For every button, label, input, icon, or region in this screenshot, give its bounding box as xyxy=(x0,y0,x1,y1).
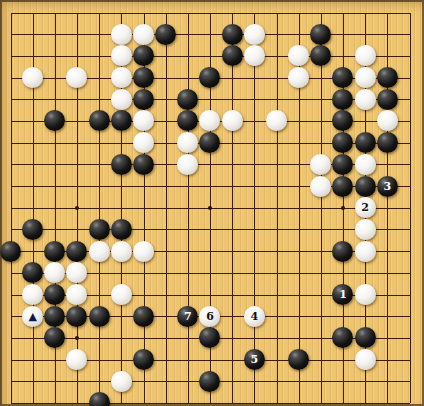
intersection[interactable] xyxy=(132,23,154,45)
intersection[interactable] xyxy=(288,153,310,175)
intersection[interactable] xyxy=(221,392,243,406)
intersection[interactable] xyxy=(243,240,265,262)
intersection[interactable] xyxy=(0,219,22,241)
intersection[interactable] xyxy=(376,240,398,262)
intersection[interactable] xyxy=(243,197,265,219)
intersection[interactable] xyxy=(88,305,110,327)
intersection[interactable] xyxy=(288,23,310,45)
intersection[interactable] xyxy=(155,88,177,110)
intersection[interactable] xyxy=(132,349,154,371)
intersection[interactable] xyxy=(0,2,22,24)
intersection[interactable] xyxy=(310,132,332,154)
intersection[interactable] xyxy=(354,88,376,110)
intersection[interactable] xyxy=(398,88,420,110)
intersection[interactable] xyxy=(132,153,154,175)
intersection[interactable] xyxy=(376,67,398,89)
intersection[interactable] xyxy=(0,349,22,371)
intersection[interactable] xyxy=(66,262,88,284)
intersection[interactable] xyxy=(398,132,420,154)
intersection[interactable] xyxy=(155,240,177,262)
intersection[interactable] xyxy=(0,284,22,306)
intersection[interactable] xyxy=(288,2,310,24)
intersection[interactable] xyxy=(0,88,22,110)
intersection[interactable] xyxy=(221,153,243,175)
intersection[interactable] xyxy=(155,349,177,371)
intersection[interactable] xyxy=(243,175,265,197)
intersection[interactable] xyxy=(66,67,88,89)
intersection[interactable] xyxy=(398,327,420,349)
intersection[interactable] xyxy=(288,327,310,349)
intersection[interactable] xyxy=(199,175,221,197)
intersection[interactable] xyxy=(332,349,354,371)
intersection[interactable] xyxy=(354,2,376,24)
intersection[interactable] xyxy=(398,284,420,306)
intersection[interactable] xyxy=(199,153,221,175)
intersection[interactable] xyxy=(0,240,22,262)
intersection[interactable] xyxy=(132,370,154,392)
intersection[interactable] xyxy=(265,370,287,392)
intersection[interactable] xyxy=(310,45,332,67)
intersection[interactable] xyxy=(0,305,22,327)
intersection[interactable] xyxy=(288,132,310,154)
intersection[interactable] xyxy=(288,240,310,262)
intersection[interactable] xyxy=(88,327,110,349)
intersection[interactable] xyxy=(132,262,154,284)
intersection[interactable] xyxy=(243,88,265,110)
intersection[interactable] xyxy=(0,110,22,132)
intersection[interactable] xyxy=(288,305,310,327)
intersection[interactable] xyxy=(22,219,44,241)
intersection[interactable] xyxy=(110,67,132,89)
intersection[interactable] xyxy=(288,370,310,392)
intersection[interactable] xyxy=(88,153,110,175)
intersection[interactable] xyxy=(66,284,88,306)
intersection[interactable] xyxy=(199,88,221,110)
intersection[interactable] xyxy=(22,284,44,306)
intersection[interactable] xyxy=(221,23,243,45)
intersection[interactable] xyxy=(221,132,243,154)
intersection[interactable] xyxy=(354,67,376,89)
intersection[interactable] xyxy=(376,88,398,110)
intersection[interactable] xyxy=(288,88,310,110)
intersection[interactable] xyxy=(132,219,154,241)
intersection[interactable] xyxy=(221,175,243,197)
intersection[interactable] xyxy=(376,392,398,406)
intersection[interactable] xyxy=(265,88,287,110)
intersection[interactable] xyxy=(332,67,354,89)
intersection[interactable] xyxy=(22,23,44,45)
intersection[interactable] xyxy=(265,45,287,67)
intersection[interactable] xyxy=(243,67,265,89)
intersection[interactable] xyxy=(88,23,110,45)
intersection[interactable] xyxy=(288,349,310,371)
intersection[interactable] xyxy=(288,197,310,219)
intersection[interactable] xyxy=(22,370,44,392)
intersection[interactable] xyxy=(132,2,154,24)
intersection[interactable] xyxy=(155,2,177,24)
intersection[interactable] xyxy=(221,240,243,262)
intersection[interactable] xyxy=(177,392,199,406)
intersection[interactable] xyxy=(44,67,66,89)
intersection[interactable] xyxy=(310,175,332,197)
intersection[interactable] xyxy=(243,370,265,392)
intersection[interactable] xyxy=(132,67,154,89)
intersection[interactable] xyxy=(110,370,132,392)
intersection[interactable] xyxy=(288,219,310,241)
intersection[interactable] xyxy=(310,349,332,371)
intersection[interactable] xyxy=(310,2,332,24)
intersection[interactable] xyxy=(110,153,132,175)
intersection[interactable] xyxy=(332,2,354,24)
intersection[interactable] xyxy=(199,392,221,406)
intersection[interactable] xyxy=(199,240,221,262)
intersection[interactable] xyxy=(243,2,265,24)
intersection[interactable] xyxy=(177,175,199,197)
intersection[interactable] xyxy=(66,327,88,349)
intersection[interactable] xyxy=(132,110,154,132)
intersection[interactable] xyxy=(110,240,132,262)
intersection[interactable] xyxy=(44,305,66,327)
intersection[interactable] xyxy=(265,392,287,406)
intersection[interactable] xyxy=(199,67,221,89)
intersection[interactable] xyxy=(398,305,420,327)
intersection[interactable] xyxy=(110,219,132,241)
intersection[interactable] xyxy=(376,219,398,241)
intersection[interactable] xyxy=(221,349,243,371)
intersection[interactable] xyxy=(243,219,265,241)
intersection[interactable] xyxy=(288,284,310,306)
intersection[interactable] xyxy=(132,88,154,110)
intersection[interactable] xyxy=(88,2,110,24)
intersection[interactable] xyxy=(22,349,44,371)
intersection[interactable] xyxy=(88,45,110,67)
intersection[interactable] xyxy=(265,284,287,306)
intersection[interactable] xyxy=(221,305,243,327)
intersection[interactable] xyxy=(110,392,132,406)
intersection[interactable]: ▲ xyxy=(22,305,44,327)
intersection[interactable] xyxy=(88,132,110,154)
intersection[interactable] xyxy=(0,197,22,219)
intersection[interactable] xyxy=(155,23,177,45)
intersection[interactable] xyxy=(265,240,287,262)
intersection[interactable] xyxy=(155,370,177,392)
intersection[interactable] xyxy=(44,2,66,24)
intersection[interactable] xyxy=(177,219,199,241)
intersection[interactable] xyxy=(177,262,199,284)
intersection[interactable] xyxy=(110,305,132,327)
intersection[interactable] xyxy=(110,45,132,67)
intersection[interactable] xyxy=(199,219,221,241)
intersection[interactable] xyxy=(310,392,332,406)
intersection[interactable] xyxy=(398,349,420,371)
intersection[interactable] xyxy=(0,392,22,406)
intersection[interactable] xyxy=(332,110,354,132)
intersection[interactable] xyxy=(332,153,354,175)
intersection[interactable] xyxy=(110,23,132,45)
intersection[interactable] xyxy=(44,240,66,262)
intersection[interactable] xyxy=(376,349,398,371)
intersection[interactable] xyxy=(332,175,354,197)
go-board[interactable]: 321▲7645 xyxy=(0,0,424,406)
intersection[interactable]: 5 xyxy=(243,349,265,371)
intersection[interactable] xyxy=(155,67,177,89)
intersection[interactable] xyxy=(66,2,88,24)
intersection[interactable] xyxy=(376,132,398,154)
intersection[interactable] xyxy=(66,370,88,392)
intersection[interactable] xyxy=(199,45,221,67)
intersection[interactable] xyxy=(332,23,354,45)
intersection[interactable] xyxy=(44,392,66,406)
intersection[interactable] xyxy=(22,45,44,67)
intersection[interactable] xyxy=(110,284,132,306)
intersection[interactable]: 3 xyxy=(376,175,398,197)
intersection[interactable] xyxy=(199,370,221,392)
intersection[interactable] xyxy=(376,153,398,175)
intersection[interactable] xyxy=(132,240,154,262)
intersection[interactable] xyxy=(221,262,243,284)
intersection[interactable] xyxy=(199,349,221,371)
intersection[interactable] xyxy=(288,67,310,89)
intersection[interactable] xyxy=(155,392,177,406)
intersection[interactable] xyxy=(88,219,110,241)
intersection[interactable] xyxy=(243,45,265,67)
intersection[interactable] xyxy=(398,197,420,219)
intersection[interactable] xyxy=(66,23,88,45)
intersection[interactable] xyxy=(265,23,287,45)
intersection[interactable] xyxy=(398,240,420,262)
intersection[interactable] xyxy=(66,219,88,241)
intersection[interactable] xyxy=(155,153,177,175)
intersection[interactable] xyxy=(310,88,332,110)
intersection[interactable] xyxy=(354,219,376,241)
intersection[interactable] xyxy=(177,197,199,219)
intersection[interactable] xyxy=(354,240,376,262)
intersection[interactable] xyxy=(0,23,22,45)
intersection[interactable] xyxy=(354,305,376,327)
intersection[interactable] xyxy=(177,110,199,132)
intersection[interactable] xyxy=(44,284,66,306)
intersection[interactable] xyxy=(155,197,177,219)
intersection[interactable] xyxy=(44,110,66,132)
intersection[interactable] xyxy=(376,45,398,67)
intersection[interactable] xyxy=(88,392,110,406)
intersection[interactable] xyxy=(110,110,132,132)
intersection[interactable] xyxy=(44,197,66,219)
intersection[interactable] xyxy=(221,88,243,110)
intersection[interactable] xyxy=(155,110,177,132)
intersection[interactable] xyxy=(332,219,354,241)
intersection[interactable] xyxy=(243,110,265,132)
intersection[interactable] xyxy=(0,67,22,89)
intersection[interactable] xyxy=(44,45,66,67)
intersection[interactable] xyxy=(66,197,88,219)
intersection[interactable] xyxy=(155,132,177,154)
intersection[interactable] xyxy=(22,132,44,154)
intersection[interactable] xyxy=(110,262,132,284)
intersection[interactable] xyxy=(66,110,88,132)
intersection[interactable] xyxy=(88,262,110,284)
intersection[interactable] xyxy=(376,110,398,132)
intersection[interactable] xyxy=(243,284,265,306)
intersection[interactable] xyxy=(177,153,199,175)
intersection[interactable] xyxy=(376,23,398,45)
intersection[interactable] xyxy=(310,110,332,132)
intersection[interactable] xyxy=(310,284,332,306)
intersection[interactable] xyxy=(22,110,44,132)
intersection[interactable] xyxy=(332,262,354,284)
intersection[interactable] xyxy=(0,175,22,197)
intersection[interactable] xyxy=(155,45,177,67)
intersection[interactable] xyxy=(177,2,199,24)
intersection[interactable] xyxy=(110,197,132,219)
intersection[interactable] xyxy=(22,153,44,175)
intersection[interactable] xyxy=(332,45,354,67)
intersection[interactable] xyxy=(110,2,132,24)
intersection[interactable] xyxy=(354,392,376,406)
intersection[interactable] xyxy=(398,262,420,284)
intersection[interactable] xyxy=(398,67,420,89)
intersection[interactable] xyxy=(354,262,376,284)
intersection[interactable] xyxy=(199,23,221,45)
intersection[interactable] xyxy=(177,23,199,45)
intersection[interactable] xyxy=(265,219,287,241)
intersection[interactable] xyxy=(310,23,332,45)
intersection[interactable] xyxy=(332,197,354,219)
intersection[interactable] xyxy=(88,370,110,392)
intersection[interactable] xyxy=(155,175,177,197)
intersection[interactable] xyxy=(66,305,88,327)
intersection[interactable] xyxy=(265,349,287,371)
intersection[interactable] xyxy=(376,262,398,284)
intersection[interactable] xyxy=(0,370,22,392)
intersection[interactable] xyxy=(132,392,154,406)
intersection[interactable] xyxy=(221,284,243,306)
intersection[interactable] xyxy=(177,349,199,371)
intersection[interactable] xyxy=(44,327,66,349)
intersection[interactable] xyxy=(332,327,354,349)
intersection[interactable] xyxy=(132,284,154,306)
intersection[interactable] xyxy=(44,370,66,392)
intersection[interactable] xyxy=(44,175,66,197)
intersection[interactable] xyxy=(332,392,354,406)
intersection[interactable] xyxy=(398,392,420,406)
intersection[interactable] xyxy=(398,153,420,175)
intersection[interactable] xyxy=(288,175,310,197)
intersection[interactable] xyxy=(354,349,376,371)
intersection[interactable] xyxy=(354,132,376,154)
intersection[interactable] xyxy=(88,88,110,110)
intersection[interactable] xyxy=(199,262,221,284)
intersection[interactable] xyxy=(354,45,376,67)
intersection[interactable] xyxy=(22,175,44,197)
intersection[interactable] xyxy=(332,132,354,154)
intersection[interactable] xyxy=(66,349,88,371)
intersection[interactable] xyxy=(243,327,265,349)
intersection[interactable] xyxy=(132,305,154,327)
intersection[interactable] xyxy=(221,327,243,349)
intersection[interactable] xyxy=(177,327,199,349)
intersection[interactable] xyxy=(243,153,265,175)
intersection[interactable] xyxy=(44,88,66,110)
intersection[interactable] xyxy=(0,262,22,284)
intersection[interactable] xyxy=(22,327,44,349)
intersection[interactable] xyxy=(265,175,287,197)
intersection[interactable] xyxy=(310,153,332,175)
intersection[interactable] xyxy=(310,67,332,89)
intersection[interactable] xyxy=(110,175,132,197)
intersection[interactable] xyxy=(66,153,88,175)
intersection[interactable] xyxy=(310,327,332,349)
intersection[interactable] xyxy=(332,88,354,110)
intersection[interactable] xyxy=(66,175,88,197)
intersection[interactable] xyxy=(354,327,376,349)
intersection[interactable] xyxy=(44,349,66,371)
intersection[interactable] xyxy=(398,175,420,197)
intersection[interactable] xyxy=(177,67,199,89)
intersection[interactable] xyxy=(265,110,287,132)
intersection[interactable] xyxy=(376,327,398,349)
intersection[interactable] xyxy=(155,284,177,306)
intersection[interactable] xyxy=(177,240,199,262)
intersection[interactable] xyxy=(310,262,332,284)
intersection[interactable] xyxy=(243,262,265,284)
intersection[interactable] xyxy=(221,45,243,67)
intersection[interactable] xyxy=(354,175,376,197)
intersection[interactable] xyxy=(88,197,110,219)
intersection[interactable] xyxy=(155,327,177,349)
intersection[interactable] xyxy=(265,2,287,24)
intersection[interactable] xyxy=(376,2,398,24)
intersection[interactable] xyxy=(155,305,177,327)
intersection[interactable] xyxy=(22,240,44,262)
intersection[interactable] xyxy=(199,197,221,219)
intersection[interactable] xyxy=(0,327,22,349)
intersection[interactable] xyxy=(265,327,287,349)
intersection[interactable] xyxy=(310,219,332,241)
intersection[interactable] xyxy=(22,2,44,24)
intersection[interactable] xyxy=(110,327,132,349)
intersection[interactable] xyxy=(376,305,398,327)
intersection[interactable] xyxy=(0,45,22,67)
intersection[interactable] xyxy=(132,175,154,197)
intersection[interactable] xyxy=(132,197,154,219)
intersection[interactable] xyxy=(44,23,66,45)
intersection[interactable] xyxy=(0,153,22,175)
intersection[interactable] xyxy=(177,45,199,67)
intersection[interactable] xyxy=(221,197,243,219)
intersection[interactable]: 4 xyxy=(243,305,265,327)
intersection[interactable] xyxy=(376,197,398,219)
intersection[interactable] xyxy=(199,110,221,132)
intersection[interactable] xyxy=(265,67,287,89)
intersection[interactable] xyxy=(398,110,420,132)
intersection[interactable] xyxy=(332,305,354,327)
intersection[interactable] xyxy=(221,110,243,132)
intersection[interactable] xyxy=(0,132,22,154)
intersection[interactable] xyxy=(332,240,354,262)
intersection[interactable] xyxy=(22,67,44,89)
intersection[interactable] xyxy=(354,153,376,175)
intersection[interactable] xyxy=(155,262,177,284)
intersection[interactable] xyxy=(22,262,44,284)
intersection[interactable] xyxy=(22,88,44,110)
intersection[interactable] xyxy=(199,327,221,349)
intersection[interactable] xyxy=(354,284,376,306)
intersection[interactable] xyxy=(354,23,376,45)
intersection[interactable] xyxy=(44,132,66,154)
intersection[interactable] xyxy=(155,219,177,241)
intersection[interactable] xyxy=(398,45,420,67)
